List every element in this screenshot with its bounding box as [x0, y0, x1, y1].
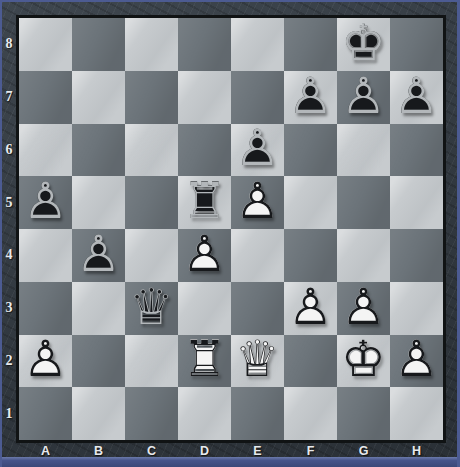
black-pawn-f7: ♟♙	[284, 71, 337, 124]
square-c7[interactable]	[125, 71, 178, 124]
square-e4[interactable]	[231, 229, 284, 282]
black-pawn-e6: ♟♙	[231, 124, 284, 177]
white-rook-d2: ♜♖	[178, 335, 231, 388]
black-pawn-h7: ♟♙	[390, 71, 443, 124]
square-f7[interactable]: ♟♙	[284, 71, 337, 124]
file-label-g: G	[337, 443, 390, 458]
square-b4[interactable]: ♟♙	[72, 229, 125, 282]
file-label-h: H	[390, 443, 443, 458]
white-pawn-d4: ♟♙	[178, 229, 231, 282]
square-e8[interactable]	[231, 18, 284, 71]
square-h3[interactable]	[390, 282, 443, 335]
rank-label-1: 1	[2, 387, 16, 440]
square-a6[interactable]	[19, 124, 72, 177]
square-g3[interactable]: ♟♙	[337, 282, 390, 335]
rank-label-5: 5	[2, 176, 16, 229]
rank-label-3: 3	[2, 282, 16, 335]
square-b8[interactable]	[72, 18, 125, 71]
square-d3[interactable]	[178, 282, 231, 335]
square-h4[interactable]	[390, 229, 443, 282]
square-f2[interactable]	[284, 335, 337, 388]
black-pawn-a5: ♟♙	[19, 176, 72, 229]
square-g1[interactable]	[337, 387, 390, 440]
bottom-blue-band	[0, 457, 460, 467]
file-label-c: C	[125, 443, 178, 458]
rank-label-6: 6	[2, 124, 16, 177]
square-d1[interactable]	[178, 387, 231, 440]
black-pawn-b4: ♟♙	[72, 229, 125, 282]
square-a5[interactable]: ♟♙	[19, 176, 72, 229]
file-label-b: B	[72, 443, 125, 458]
chessboard-window: 87654321 ♚♔♟♙♟♙♟♙♟♙♟♙♜♖♟♙♟♙♟♙♛♕♟♙♟♙♟♙♜♖♛…	[0, 0, 460, 467]
square-d5[interactable]: ♜♖	[178, 176, 231, 229]
square-b1[interactable]	[72, 387, 125, 440]
black-rook-d5: ♜♖	[178, 176, 231, 229]
square-d2[interactable]: ♜♖	[178, 335, 231, 388]
square-e3[interactable]	[231, 282, 284, 335]
square-d7[interactable]	[178, 71, 231, 124]
square-c3[interactable]: ♛♕	[125, 282, 178, 335]
white-queen-e2: ♛♕	[231, 335, 284, 388]
square-c2[interactable]	[125, 335, 178, 388]
square-a4[interactable]	[19, 229, 72, 282]
file-label-a: A	[19, 443, 72, 458]
square-c8[interactable]	[125, 18, 178, 71]
square-a8[interactable]	[19, 18, 72, 71]
white-pawn-f3: ♟♙	[284, 282, 337, 335]
square-g4[interactable]	[337, 229, 390, 282]
white-pawn-h2: ♟♙	[390, 335, 443, 388]
square-h1[interactable]	[390, 387, 443, 440]
square-b3[interactable]	[72, 282, 125, 335]
square-a3[interactable]	[19, 282, 72, 335]
square-h8[interactable]	[390, 18, 443, 71]
square-f6[interactable]	[284, 124, 337, 177]
black-pawn-g7: ♟♙	[337, 71, 390, 124]
square-a1[interactable]	[19, 387, 72, 440]
square-h5[interactable]	[390, 176, 443, 229]
file-label-e: E	[231, 443, 284, 458]
square-e1[interactable]	[231, 387, 284, 440]
square-h2[interactable]: ♟♙	[390, 335, 443, 388]
square-d6[interactable]	[178, 124, 231, 177]
square-g5[interactable]	[337, 176, 390, 229]
white-pawn-g3: ♟♙	[337, 282, 390, 335]
black-king-g8: ♚♔	[337, 18, 390, 71]
rank-label-4: 4	[2, 229, 16, 282]
rank-label-2: 2	[2, 335, 16, 388]
square-f3[interactable]: ♟♙	[284, 282, 337, 335]
square-b7[interactable]	[72, 71, 125, 124]
square-g2[interactable]: ♚♔	[337, 335, 390, 388]
square-d4[interactable]: ♟♙	[178, 229, 231, 282]
white-pawn-e5: ♟♙	[231, 176, 284, 229]
square-e5[interactable]: ♟♙	[231, 176, 284, 229]
white-king-g2: ♚♔	[337, 335, 390, 388]
rank-label-8: 8	[2, 18, 16, 71]
square-d8[interactable]	[178, 18, 231, 71]
square-c1[interactable]	[125, 387, 178, 440]
file-label-f: F	[284, 443, 337, 458]
square-e7[interactable]	[231, 71, 284, 124]
white-pawn-a2: ♟♙	[19, 335, 72, 388]
square-f4[interactable]	[284, 229, 337, 282]
square-a2[interactable]: ♟♙	[19, 335, 72, 388]
file-labels: ABCDEFGH	[19, 443, 443, 458]
board: ♚♔♟♙♟♙♟♙♟♙♟♙♜♖♟♙♟♙♟♙♛♕♟♙♟♙♟♙♜♖♛♕♚♔♟♙	[19, 18, 443, 440]
rank-labels: 87654321	[2, 18, 16, 440]
square-c4[interactable]	[125, 229, 178, 282]
board-frame: ♚♔♟♙♟♙♟♙♟♙♟♙♜♖♟♙♟♙♟♙♛♕♟♙♟♙♟♙♜♖♛♕♚♔♟♙	[16, 15, 446, 443]
square-h7[interactable]: ♟♙	[390, 71, 443, 124]
square-a7[interactable]	[19, 71, 72, 124]
square-b5[interactable]	[72, 176, 125, 229]
square-h6[interactable]	[390, 124, 443, 177]
square-b6[interactable]	[72, 124, 125, 177]
square-e6[interactable]: ♟♙	[231, 124, 284, 177]
black-queen-c3: ♛♕	[125, 282, 178, 335]
square-g6[interactable]	[337, 124, 390, 177]
square-f8[interactable]	[284, 18, 337, 71]
square-g8[interactable]: ♚♔	[337, 18, 390, 71]
square-f1[interactable]	[284, 387, 337, 440]
file-label-d: D	[178, 443, 231, 458]
square-g7[interactable]: ♟♙	[337, 71, 390, 124]
square-c6[interactable]	[125, 124, 178, 177]
square-b2[interactable]	[72, 335, 125, 388]
square-f5[interactable]	[284, 176, 337, 229]
rank-label-7: 7	[2, 71, 16, 124]
square-e2[interactable]: ♛♕	[231, 335, 284, 388]
square-c5[interactable]	[125, 176, 178, 229]
